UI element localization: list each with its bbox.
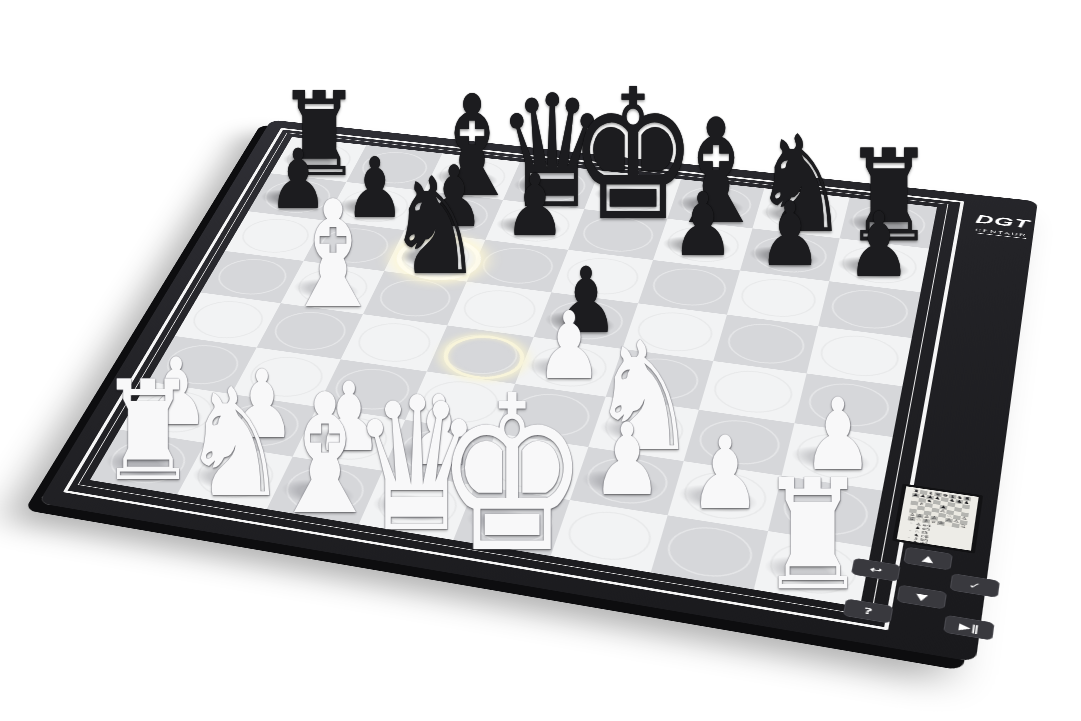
highlight-glow-c6 — [388, 233, 489, 285]
piece-shadow — [412, 204, 485, 230]
piece-shadow — [673, 193, 746, 219]
piece-shadow — [431, 166, 502, 190]
scene: DGT CENTAUR ♜♝♛♚♝♞♜♟♟♟♟♟♟♟♞♗♟♙♘♙♙♙♙♙♙♙♖♘… — [0, 0, 1081, 721]
piece-shadow — [596, 414, 679, 448]
highlight-ring-d4 — [435, 331, 531, 384]
piece-shadow — [462, 504, 548, 542]
piece-shadow — [761, 551, 851, 592]
piece-shadow — [367, 489, 452, 526]
piece-shadow — [333, 195, 405, 220]
piece-shadow — [746, 243, 822, 271]
piece-shadow — [541, 308, 619, 338]
piece-shadow — [522, 353, 602, 385]
piece-shadow — [675, 480, 761, 517]
piece-shadow — [301, 424, 383, 458]
piece-shadow — [659, 233, 734, 260]
piece-shadow — [391, 437, 474, 472]
piece-shadow — [788, 441, 873, 477]
piece-shadow — [758, 202, 832, 228]
piece-shadow — [214, 411, 295, 444]
piece-shadow — [591, 184, 664, 209]
piece-shadow — [845, 212, 920, 239]
piece-shadow — [186, 461, 269, 496]
piece-shadow — [256, 186, 327, 211]
piece-shadow — [578, 465, 663, 502]
piece-shadow — [492, 214, 565, 240]
piece-shadow — [835, 253, 912, 281]
board-plane: DGT CENTAUR ♜♝♛♚♝♞♜♟♟♟♟♟♟♟♞♗♟♙♘♙♙♙♙♙♙♙♖♘… — [90, 137, 937, 607]
piece-shadow — [289, 275, 364, 303]
piece-shadow — [510, 175, 582, 200]
piece-shadow — [278, 149, 348, 173]
piece-shadow — [276, 475, 360, 511]
piece-shadow — [129, 398, 209, 431]
piece-shadow — [99, 447, 181, 482]
